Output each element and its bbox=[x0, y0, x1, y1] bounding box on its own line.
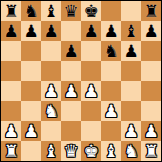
white-queen-piece[interactable]: ♛ bbox=[63, 141, 78, 161]
white-bishop-piece[interactable]: ♝ bbox=[103, 141, 118, 161]
square-f6[interactable]: ♞ bbox=[101, 41, 121, 61]
black-pawn-piece[interactable]: ♟ bbox=[123, 41, 138, 61]
white-bishop-piece[interactable]: ♝ bbox=[43, 141, 58, 161]
square-b8[interactable]: ♞ bbox=[21, 1, 41, 21]
square-g3[interactable] bbox=[121, 101, 141, 121]
square-a3[interactable] bbox=[1, 101, 21, 121]
white-rook-piece[interactable]: ♜ bbox=[143, 141, 158, 161]
square-g2[interactable]: ♟ bbox=[121, 121, 141, 141]
square-a8[interactable]: ♜ bbox=[1, 1, 21, 21]
chess-board: ♜♞♝♛♚♜♟♟♟♟♟♝♟♟♞♟♟♟♟♞♟♟♟♟♟♜♝♛♚♝♞♜ bbox=[0, 0, 162, 162]
black-queen-piece[interactable]: ♛ bbox=[63, 1, 78, 21]
square-f3[interactable]: ♟ bbox=[101, 101, 121, 121]
white-pawn-piece[interactable]: ♟ bbox=[63, 81, 78, 101]
square-c8[interactable]: ♝ bbox=[41, 1, 61, 21]
black-pawn-piece[interactable]: ♟ bbox=[63, 41, 78, 61]
black-pawn-piece[interactable]: ♟ bbox=[43, 21, 58, 41]
white-pawn-piece[interactable]: ♟ bbox=[103, 101, 118, 121]
square-a4[interactable] bbox=[1, 81, 21, 101]
square-d4[interactable]: ♟ bbox=[61, 81, 81, 101]
black-pawn-piece[interactable]: ♟ bbox=[103, 21, 118, 41]
square-d1[interactable]: ♛ bbox=[61, 141, 81, 161]
square-d8[interactable]: ♛ bbox=[61, 1, 81, 21]
square-g1[interactable]: ♞ bbox=[121, 141, 141, 161]
square-b6[interactable] bbox=[21, 41, 41, 61]
square-e7[interactable]: ♟ bbox=[81, 21, 101, 41]
black-bishop-piece[interactable]: ♝ bbox=[123, 21, 138, 41]
square-g5[interactable] bbox=[121, 61, 141, 81]
white-rook-piece[interactable]: ♜ bbox=[3, 141, 18, 161]
square-c2[interactable] bbox=[41, 121, 61, 141]
white-pawn-piece[interactable]: ♟ bbox=[3, 121, 18, 141]
square-g6[interactable]: ♟ bbox=[121, 41, 141, 61]
square-f4[interactable] bbox=[101, 81, 121, 101]
square-h1[interactable]: ♜ bbox=[141, 141, 161, 161]
square-e3[interactable] bbox=[81, 101, 101, 121]
square-h5[interactable] bbox=[141, 61, 161, 81]
white-pawn-piece[interactable]: ♟ bbox=[23, 121, 38, 141]
square-d5[interactable] bbox=[61, 61, 81, 81]
white-king-piece[interactable]: ♚ bbox=[83, 141, 98, 161]
white-pawn-piece[interactable]: ♟ bbox=[83, 81, 98, 101]
square-a2[interactable]: ♟ bbox=[1, 121, 21, 141]
square-b2[interactable]: ♟ bbox=[21, 121, 41, 141]
square-e4[interactable]: ♟ bbox=[81, 81, 101, 101]
square-f7[interactable]: ♟ bbox=[101, 21, 121, 41]
square-a5[interactable] bbox=[1, 61, 21, 81]
square-c7[interactable]: ♟ bbox=[41, 21, 61, 41]
black-pawn-piece[interactable]: ♟ bbox=[3, 21, 18, 41]
square-g8[interactable] bbox=[121, 1, 141, 21]
square-c5[interactable] bbox=[41, 61, 61, 81]
black-pawn-piece[interactable]: ♟ bbox=[83, 21, 98, 41]
square-e8[interactable]: ♚ bbox=[81, 1, 101, 21]
square-d3[interactable] bbox=[61, 101, 81, 121]
square-a7[interactable]: ♟ bbox=[1, 21, 21, 41]
square-b1[interactable] bbox=[21, 141, 41, 161]
square-h2[interactable]: ♟ bbox=[141, 121, 161, 141]
square-c4[interactable]: ♟ bbox=[41, 81, 61, 101]
white-pawn-piece[interactable]: ♟ bbox=[123, 121, 138, 141]
square-e6[interactable] bbox=[81, 41, 101, 61]
square-g4[interactable] bbox=[121, 81, 141, 101]
square-b5[interactable] bbox=[21, 61, 41, 81]
black-bishop-piece[interactable]: ♝ bbox=[43, 1, 58, 21]
black-rook-piece[interactable]: ♜ bbox=[143, 1, 158, 21]
square-c3[interactable]: ♞ bbox=[41, 101, 61, 121]
black-knight-piece[interactable]: ♞ bbox=[23, 1, 38, 21]
white-pawn-piece[interactable]: ♟ bbox=[143, 121, 158, 141]
black-rook-piece[interactable]: ♜ bbox=[3, 1, 18, 21]
square-a6[interactable] bbox=[1, 41, 21, 61]
square-h7[interactable]: ♟ bbox=[141, 21, 161, 41]
square-a1[interactable]: ♜ bbox=[1, 141, 21, 161]
square-b7[interactable]: ♟ bbox=[21, 21, 41, 41]
square-b3[interactable] bbox=[21, 101, 41, 121]
square-f1[interactable]: ♝ bbox=[101, 141, 121, 161]
square-d6[interactable]: ♟ bbox=[61, 41, 81, 61]
square-h6[interactable] bbox=[141, 41, 161, 61]
square-e2[interactable] bbox=[81, 121, 101, 141]
square-e1[interactable]: ♚ bbox=[81, 141, 101, 161]
square-e5[interactable] bbox=[81, 61, 101, 81]
black-king-piece[interactable]: ♚ bbox=[83, 1, 98, 21]
square-h4[interactable] bbox=[141, 81, 161, 101]
square-f2[interactable] bbox=[101, 121, 121, 141]
square-f8[interactable] bbox=[101, 1, 121, 21]
white-knight-piece[interactable]: ♞ bbox=[123, 141, 138, 161]
white-knight-piece[interactable]: ♞ bbox=[43, 101, 58, 121]
black-knight-piece[interactable]: ♞ bbox=[103, 41, 118, 61]
white-pawn-piece[interactable]: ♟ bbox=[43, 81, 58, 101]
square-g7[interactable]: ♝ bbox=[121, 21, 141, 41]
square-d2[interactable] bbox=[61, 121, 81, 141]
square-c1[interactable]: ♝ bbox=[41, 141, 61, 161]
black-pawn-piece[interactable]: ♟ bbox=[143, 21, 158, 41]
square-h3[interactable] bbox=[141, 101, 161, 121]
square-b4[interactable] bbox=[21, 81, 41, 101]
square-d7[interactable] bbox=[61, 21, 81, 41]
square-f5[interactable] bbox=[101, 61, 121, 81]
square-h8[interactable]: ♜ bbox=[141, 1, 161, 21]
black-pawn-piece[interactable]: ♟ bbox=[23, 21, 38, 41]
square-c6[interactable] bbox=[41, 41, 61, 61]
